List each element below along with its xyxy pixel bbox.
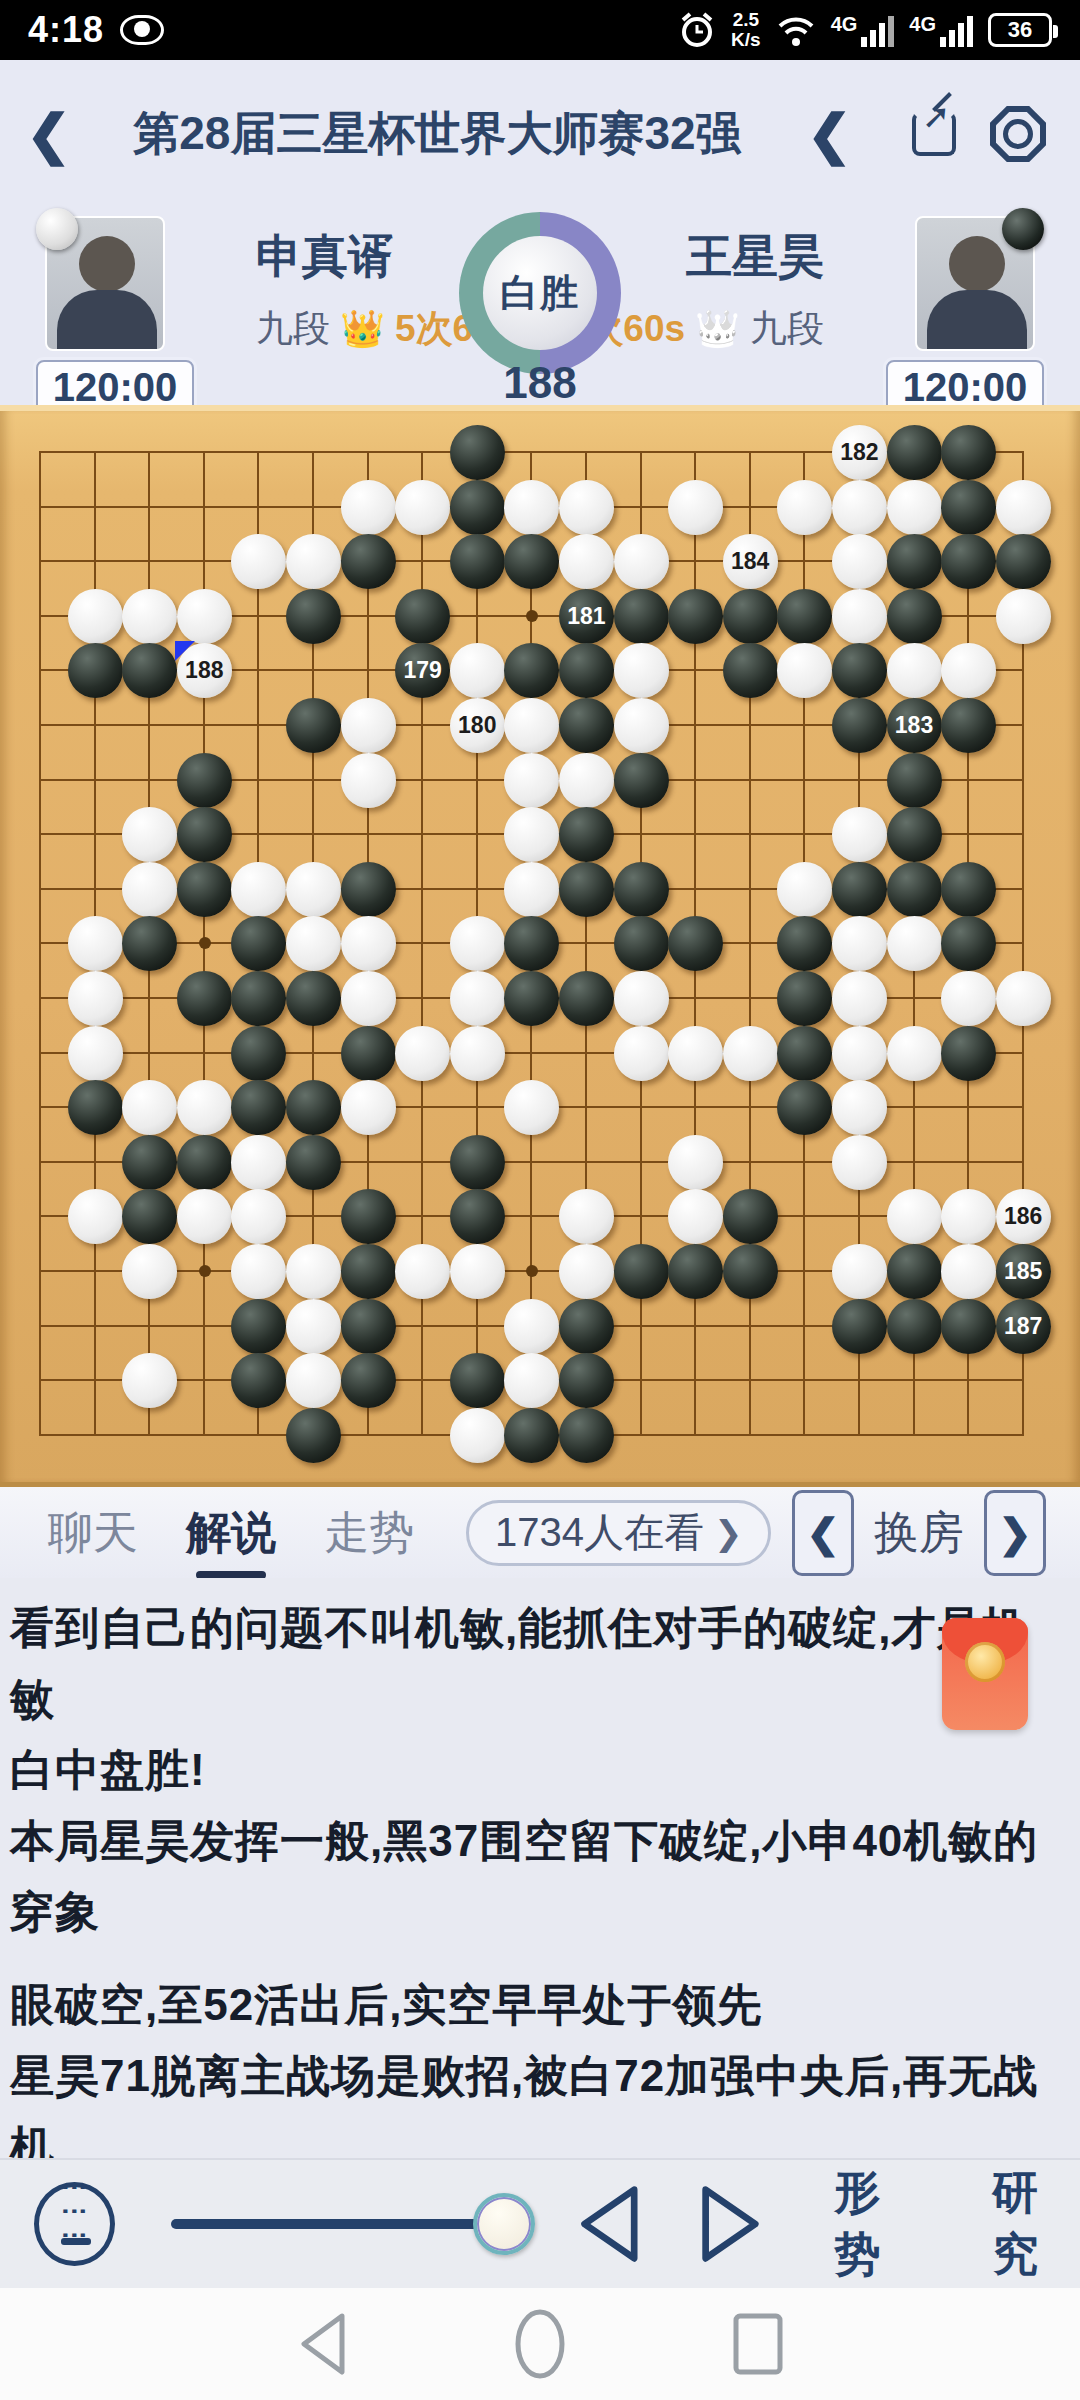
back-button[interactable]: ❮	[0, 103, 97, 166]
white-stone	[559, 534, 614, 589]
commentary-line: 白中盘胜!	[10, 1734, 1070, 1805]
black-stone	[723, 589, 778, 644]
black-stone	[504, 1408, 559, 1463]
black-stone	[231, 1026, 286, 1081]
white-stone	[231, 534, 286, 589]
black-stone	[68, 1080, 123, 1135]
white-stone	[177, 1189, 232, 1244]
white-stone	[832, 916, 887, 971]
white-stone	[777, 643, 832, 698]
black-stone	[559, 1353, 614, 1408]
black-stone	[559, 698, 614, 753]
black-stone	[286, 1080, 341, 1135]
black-stone	[941, 698, 996, 753]
white-stone	[887, 1026, 942, 1081]
black-stone	[122, 643, 177, 698]
black-stone	[614, 862, 669, 917]
white-stone	[941, 1244, 996, 1299]
black-stone	[450, 425, 505, 480]
result-ring: 白胜	[459, 212, 621, 374]
black-stone	[614, 916, 669, 971]
white-stone	[777, 480, 832, 535]
black-stone	[559, 1299, 614, 1354]
black-stone	[341, 862, 396, 917]
black-stone	[723, 1244, 778, 1299]
signal-bars-icon	[940, 13, 974, 47]
prev-move-button[interactable]	[575, 2182, 642, 2266]
white-stone	[941, 643, 996, 698]
commentary-line: 本局星昊发挥一般,黑37围空留下破绽,小申40机敏的穿象	[10, 1805, 1070, 1947]
white-stone	[832, 1135, 887, 1190]
black-stone	[614, 753, 669, 808]
nav-home-button[interactable]	[510, 2307, 570, 2381]
black-stone	[559, 1408, 614, 1463]
slider-thumb[interactable]	[473, 2193, 535, 2255]
white-stone	[122, 862, 177, 917]
white-stone	[68, 971, 123, 1026]
black-stone	[122, 1189, 177, 1244]
prev-room-button[interactable]: ❮	[792, 1490, 854, 1576]
battery-indicator: 36	[988, 13, 1052, 47]
black-stone	[177, 753, 232, 808]
black-stone	[177, 1135, 232, 1190]
white-stone	[559, 753, 614, 808]
next-room-button[interactable]: ❯	[984, 1490, 1046, 1576]
situation-button[interactable]: 形势	[834, 2162, 922, 2286]
players-panel: 申真谞 九段 👑 5次60s 120:00 王星昊 5次60s 👑 九段 120…	[0, 208, 1080, 405]
black-stone	[887, 1299, 942, 1354]
white-stone: 182	[832, 425, 887, 480]
header: ❮ 第28届三星杯世界大师赛32强 ❮	[0, 60, 1080, 208]
black-stone	[723, 643, 778, 698]
white-stone	[122, 1244, 177, 1299]
chevron-right-icon: ❯	[714, 1513, 743, 1553]
black-stone	[286, 698, 341, 753]
black-stone	[450, 480, 505, 535]
white-stone	[832, 589, 887, 644]
black-stone	[941, 425, 996, 480]
black-stone	[122, 1135, 177, 1190]
white-stone	[341, 1080, 396, 1135]
black-stone	[887, 534, 942, 589]
black-stone	[231, 916, 286, 971]
white-stone	[122, 807, 177, 862]
black-stone	[887, 589, 942, 644]
white-stone	[177, 1080, 232, 1135]
white-stone	[122, 1353, 177, 1408]
black-stone	[504, 971, 559, 1026]
black-stone	[68, 643, 123, 698]
alarm-icon	[677, 10, 717, 50]
black-stone	[996, 534, 1051, 589]
white-stone	[668, 1026, 723, 1081]
black-stone	[450, 1189, 505, 1244]
white-stone	[395, 1244, 450, 1299]
black-stone	[122, 916, 177, 971]
research-button[interactable]: 研究	[992, 2162, 1080, 2286]
red-packet-icon[interactable]	[942, 1618, 1028, 1730]
white-stone	[450, 971, 505, 1026]
emoji-keyboard-icon[interactable]	[34, 2182, 115, 2266]
black-stone	[231, 1080, 286, 1135]
tab-commentary[interactable]: 解说	[186, 1503, 276, 1563]
white-stone	[504, 698, 559, 753]
white-stone	[231, 862, 286, 917]
white-stone	[887, 1189, 942, 1244]
black-stone	[941, 480, 996, 535]
black-stone	[504, 916, 559, 971]
black-stone	[286, 971, 341, 1026]
nav-back-button[interactable]	[294, 2311, 350, 2377]
white-stone	[231, 1135, 286, 1190]
viewers-count: 1734人在看	[495, 1505, 704, 1560]
white-stone	[395, 1026, 450, 1081]
black-stone	[832, 1299, 887, 1354]
white-stone	[395, 480, 450, 535]
white-stone	[996, 589, 1051, 644]
android-navbar	[0, 2288, 1080, 2400]
white-stone	[941, 971, 996, 1026]
black-stone	[286, 589, 341, 644]
black-stone	[450, 1353, 505, 1408]
black-stone	[341, 1026, 396, 1081]
white-stone	[68, 1189, 123, 1244]
white-stone	[832, 807, 887, 862]
white-stone	[504, 862, 559, 917]
black-stone: 187	[996, 1299, 1051, 1354]
white-stone: 180	[450, 698, 505, 753]
black-stone	[559, 971, 614, 1026]
black-stone	[177, 971, 232, 1026]
black-stone	[777, 1080, 832, 1135]
black-stone	[341, 534, 396, 589]
white-stone: 184	[723, 534, 778, 589]
white-stone	[832, 1026, 887, 1081]
next-move-button[interactable]	[698, 2182, 765, 2266]
white-stone	[122, 1080, 177, 1135]
white-stone	[504, 1080, 559, 1135]
white-stone	[341, 916, 396, 971]
room-switch-label: 换房	[874, 1503, 964, 1563]
share-icon[interactable]	[912, 112, 956, 156]
white-stone	[68, 916, 123, 971]
black-stone	[941, 1299, 996, 1354]
white-stone	[68, 1026, 123, 1081]
black-stone	[941, 862, 996, 917]
white-stone	[231, 1244, 286, 1299]
commentary-line: 看到自己的问题不叫机敏,能抓住对手的破绽,才是机敏	[10, 1592, 1070, 1734]
status-bar: 4:18 2.5K/s 4G	[0, 0, 1080, 60]
white-stone	[723, 1026, 778, 1081]
white-stone-icon	[36, 208, 78, 250]
white-stone	[286, 1299, 341, 1354]
white-stone: 188	[177, 643, 232, 698]
white-stone	[450, 643, 505, 698]
black-stone	[450, 534, 505, 589]
black-stone-icon	[1002, 208, 1044, 250]
black-player-name: 王星昊	[686, 226, 824, 288]
white-stone	[832, 971, 887, 1026]
black-stone	[668, 916, 723, 971]
move-count: 188	[503, 358, 576, 408]
black-stone	[559, 862, 614, 917]
collapse-button[interactable]: ❮	[781, 103, 878, 166]
white-stone	[504, 807, 559, 862]
white-stone	[504, 1353, 559, 1408]
white-stone	[614, 534, 669, 589]
white-stone	[668, 480, 723, 535]
clock-time: 4:18	[28, 9, 104, 51]
white-stone	[341, 753, 396, 808]
commentary-line: 眼破空,至52活出后,实空早早处于领先	[10, 1969, 1070, 2040]
result-label: 白胜	[483, 236, 597, 350]
wifi-icon	[775, 12, 817, 48]
black-stone	[504, 534, 559, 589]
black-stone	[504, 643, 559, 698]
black-stone	[231, 971, 286, 1026]
black-stone	[395, 589, 450, 644]
black-stone	[723, 1189, 778, 1244]
app-screen: 4:18 2.5K/s 4G	[0, 0, 1080, 2400]
white-stone	[832, 480, 887, 535]
white-stone	[341, 480, 396, 535]
white-stone	[996, 480, 1051, 535]
white-stone	[286, 916, 341, 971]
white-stone	[614, 698, 669, 753]
black-stone	[341, 1353, 396, 1408]
white-stone: 186	[996, 1189, 1051, 1244]
go-board[interactable]: 182184181188179180183186185187	[0, 405, 1080, 1487]
white-stone	[68, 589, 123, 644]
white-stone	[832, 1244, 887, 1299]
black-stone	[777, 589, 832, 644]
record-icon[interactable]	[990, 106, 1046, 162]
bottom-toolbar: 形势 研究	[0, 2158, 1080, 2288]
white-stone	[668, 1135, 723, 1190]
black-stone	[177, 807, 232, 862]
white-stone	[887, 643, 942, 698]
signal-bars-icon	[861, 13, 895, 47]
black-player-rank: 九段	[750, 304, 824, 354]
black-stone	[341, 1299, 396, 1354]
white-stone	[559, 1244, 614, 1299]
white-stone	[996, 971, 1051, 1026]
black-stone: 183	[887, 698, 942, 753]
black-stone	[177, 862, 232, 917]
black-stone	[614, 1244, 669, 1299]
white-stone	[887, 480, 942, 535]
white-stone	[177, 589, 232, 644]
black-stone	[777, 1026, 832, 1081]
black-stone	[777, 916, 832, 971]
black-stone	[887, 862, 942, 917]
black-stone	[832, 862, 887, 917]
white-player-name: 申真谞	[256, 226, 394, 288]
black-stone	[941, 916, 996, 971]
white-stone	[832, 1080, 887, 1135]
nav-recents-button[interactable]	[730, 2311, 786, 2377]
white-stone	[668, 1189, 723, 1244]
tab-bar: 聊天 解说 走势 1734人在看 ❯ ❮ 换房 ❯	[0, 1487, 1080, 1578]
black-stone	[941, 1026, 996, 1081]
black-stone	[341, 1244, 396, 1299]
white-stone	[341, 698, 396, 753]
white-stone	[450, 1244, 505, 1299]
black-stone	[668, 589, 723, 644]
black-stone	[887, 1244, 942, 1299]
white-stone	[286, 862, 341, 917]
viewers-pill[interactable]: 1734人在看 ❯	[466, 1500, 771, 1566]
white-stone	[614, 971, 669, 1026]
eye-protection-icon	[120, 15, 164, 45]
black-stone: 185	[996, 1244, 1051, 1299]
white-stone	[614, 643, 669, 698]
sim2-signal: 4G	[909, 13, 974, 47]
black-stone	[832, 698, 887, 753]
white-stone	[450, 916, 505, 971]
black-stone	[614, 589, 669, 644]
black-stone	[231, 1299, 286, 1354]
white-stone	[286, 534, 341, 589]
white-player-rank: 九段	[256, 304, 330, 354]
sim1-signal: 4G	[831, 13, 896, 47]
black-stone	[559, 643, 614, 698]
white-stone	[559, 1189, 614, 1244]
black-stone	[887, 425, 942, 480]
black-stone	[941, 534, 996, 589]
white-stone	[832, 534, 887, 589]
black-stone	[832, 643, 887, 698]
black-stone: 181	[559, 589, 614, 644]
black-stone	[887, 807, 942, 862]
tab-chat[interactable]: 聊天	[48, 1503, 138, 1563]
white-stone	[504, 753, 559, 808]
silver-crown-icon: 👑	[695, 308, 740, 350]
commentary-panel[interactable]: 看到自己的问题不叫机敏,能抓住对手的破绽,才是机敏白中盘胜!本局星昊发挥一般,黑…	[0, 1578, 1080, 2158]
white-stone	[559, 480, 614, 535]
white-stone	[777, 862, 832, 917]
white-stone	[231, 1189, 286, 1244]
white-stone	[941, 1189, 996, 1244]
white-stone	[341, 971, 396, 1026]
black-stone	[286, 1135, 341, 1190]
white-stone	[286, 1244, 341, 1299]
move-slider[interactable]	[171, 2219, 505, 2229]
page-title: 第28届三星杯世界大师赛32强	[133, 103, 741, 165]
white-stone	[887, 916, 942, 971]
black-stone: 179	[395, 643, 450, 698]
network-speed: 2.5K/s	[731, 10, 761, 50]
white-stone	[614, 1026, 669, 1081]
white-stone	[504, 480, 559, 535]
black-stone	[450, 1135, 505, 1190]
white-stone	[504, 1299, 559, 1354]
black-stone	[887, 753, 942, 808]
black-stone	[286, 1408, 341, 1463]
gold-crown-icon: 👑	[340, 308, 385, 350]
white-stone	[122, 589, 177, 644]
black-stone	[341, 1189, 396, 1244]
white-stone	[450, 1408, 505, 1463]
white-stone	[286, 1353, 341, 1408]
black-stone	[668, 1244, 723, 1299]
tab-trend[interactable]: 走势	[324, 1503, 414, 1563]
stone-layer: 182184181188179180183186185187	[13, 425, 1050, 1462]
white-stone	[450, 1026, 505, 1081]
black-stone	[777, 971, 832, 1026]
black-stone	[231, 1353, 286, 1408]
black-stone	[559, 807, 614, 862]
